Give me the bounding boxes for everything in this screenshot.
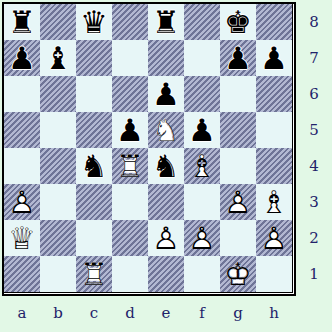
piece-white-pawn[interactable]: ♟♙ [184, 220, 220, 256]
square-c4[interactable]: ♞ [76, 148, 112, 184]
file-label-a: a [4, 296, 40, 332]
piece-glyph: ♛ [76, 4, 112, 40]
piece-black-pawn[interactable]: ♟ [112, 112, 148, 148]
square-b4[interactable] [40, 148, 76, 184]
square-b1[interactable] [40, 256, 76, 292]
piece-white-pawn[interactable]: ♟♙ [220, 184, 256, 220]
square-f7[interactable] [184, 40, 220, 76]
square-d7[interactable] [112, 40, 148, 76]
piece-white-king[interactable]: ♚♔ [220, 256, 256, 292]
piece-glyph: ♙ [220, 184, 256, 220]
square-h4[interactable] [256, 148, 292, 184]
square-h3[interactable]: ♝♗ [256, 184, 292, 220]
piece-black-knight[interactable]: ♞ [148, 148, 184, 184]
piece-glyph: ♙ [256, 220, 292, 256]
piece-glyph: ♙ [148, 220, 184, 256]
square-f6[interactable] [184, 76, 220, 112]
piece-white-bishop[interactable]: ♝♗ [256, 184, 292, 220]
piece-black-rook[interactable]: ♜ [148, 4, 184, 40]
piece-glyph: ♟ [4, 40, 40, 76]
square-h5[interactable] [256, 112, 292, 148]
square-e1[interactable] [148, 256, 184, 292]
square-e5[interactable]: ♞♘ [148, 112, 184, 148]
rank-label-7: 7 [296, 40, 332, 76]
piece-glyph: ♘ [148, 112, 184, 148]
square-e2[interactable]: ♟♙ [148, 220, 184, 256]
rank-label-6: 6 [296, 76, 332, 112]
square-a6[interactable] [4, 76, 40, 112]
square-c8[interactable]: ♛ [76, 4, 112, 40]
square-a3[interactable]: ♟♙ [4, 184, 40, 220]
rank-labels: 87654321 [296, 4, 332, 292]
file-label-h: h [256, 296, 292, 332]
square-c3[interactable] [76, 184, 112, 220]
piece-glyph: ♟ [256, 40, 292, 76]
piece-black-queen[interactable]: ♛ [76, 4, 112, 40]
piece-glyph: ♖ [76, 256, 112, 292]
square-h6[interactable] [256, 76, 292, 112]
square-d4[interactable]: ♜♖ [112, 148, 148, 184]
piece-black-pawn[interactable]: ♟ [220, 40, 256, 76]
piece-white-rook[interactable]: ♜♖ [112, 148, 148, 184]
square-g1[interactable]: ♚♔ [220, 256, 256, 292]
square-a2[interactable]: ♛♕ [4, 220, 40, 256]
piece-black-pawn[interactable]: ♟ [256, 40, 292, 76]
file-label-g: g [220, 296, 256, 332]
square-g2[interactable] [220, 220, 256, 256]
piece-glyph: ♞ [148, 148, 184, 184]
piece-glyph: ♕ [4, 220, 40, 256]
rank-label-3: 3 [296, 184, 332, 220]
square-b5[interactable] [40, 112, 76, 148]
file-label-f: f [184, 296, 220, 332]
piece-glyph: ♟ [220, 40, 256, 76]
square-c6[interactable] [76, 76, 112, 112]
square-a4[interactable] [4, 148, 40, 184]
square-h2[interactable]: ♟♙ [256, 220, 292, 256]
piece-black-pawn[interactable]: ♟ [4, 40, 40, 76]
square-f5[interactable]: ♟ [184, 112, 220, 148]
piece-glyph: ♗ [256, 184, 292, 220]
square-h8[interactable] [256, 4, 292, 40]
piece-white-pawn[interactable]: ♟♙ [4, 184, 40, 220]
square-c2[interactable] [76, 220, 112, 256]
file-labels: abcdefgh [4, 296, 292, 332]
piece-glyph: ♜ [4, 4, 40, 40]
piece-glyph: ♟ [184, 112, 220, 148]
square-d6[interactable] [112, 76, 148, 112]
square-g4[interactable] [220, 148, 256, 184]
square-g3[interactable]: ♟♙ [220, 184, 256, 220]
piece-glyph: ♚ [220, 4, 256, 40]
piece-white-knight[interactable]: ♞♘ [148, 112, 184, 148]
chess-board: ♜♛♜♚♟♝♟♟♟♟♞♘♟♞♜♖♞♝♗♟♙♟♙♝♗♛♕♟♙♟♙♟♙♜♖♚♔ [4, 4, 292, 292]
square-b6[interactable] [40, 76, 76, 112]
square-e6[interactable]: ♟ [148, 76, 184, 112]
piece-black-king[interactable]: ♚ [220, 4, 256, 40]
piece-glyph: ♗ [184, 148, 220, 184]
rank-label-8: 8 [296, 4, 332, 40]
square-d3[interactable] [112, 184, 148, 220]
square-f3[interactable] [184, 184, 220, 220]
piece-black-pawn[interactable]: ♟ [148, 76, 184, 112]
square-g7[interactable]: ♟ [220, 40, 256, 76]
square-a8[interactable]: ♜ [4, 4, 40, 40]
piece-glyph: ♝ [40, 40, 76, 76]
square-b2[interactable] [40, 220, 76, 256]
file-label-e: e [148, 296, 184, 332]
piece-glyph: ♔ [220, 256, 256, 292]
piece-black-knight[interactable]: ♞ [76, 148, 112, 184]
square-e4[interactable]: ♞ [148, 148, 184, 184]
square-c7[interactable] [76, 40, 112, 76]
rank-label-1: 1 [296, 256, 332, 292]
square-g5[interactable] [220, 112, 256, 148]
square-g6[interactable] [220, 76, 256, 112]
square-e8[interactable]: ♜ [148, 4, 184, 40]
rank-label-2: 2 [296, 220, 332, 256]
piece-black-rook[interactable]: ♜ [4, 4, 40, 40]
piece-white-bishop[interactable]: ♝♗ [184, 148, 220, 184]
square-d2[interactable] [112, 220, 148, 256]
square-e7[interactable] [148, 40, 184, 76]
square-d5[interactable]: ♟ [112, 112, 148, 148]
piece-glyph: ♙ [184, 220, 220, 256]
piece-white-queen[interactable]: ♛♕ [4, 220, 40, 256]
rank-label-4: 4 [296, 148, 332, 184]
square-b8[interactable] [40, 4, 76, 40]
square-h1[interactable] [256, 256, 292, 292]
piece-glyph: ♜ [148, 4, 184, 40]
piece-white-pawn[interactable]: ♟♙ [148, 220, 184, 256]
file-label-c: c [76, 296, 112, 332]
piece-white-pawn[interactable]: ♟♙ [256, 220, 292, 256]
rank-label-5: 5 [296, 112, 332, 148]
file-label-d: d [112, 296, 148, 332]
chess-diagram: ♜♛♜♚♟♝♟♟♟♟♞♘♟♞♜♖♞♝♗♟♙♟♙♝♗♛♕♟♙♟♙♟♙♜♖♚♔ 87… [0, 0, 332, 332]
piece-white-rook[interactable]: ♜♖ [76, 256, 112, 292]
board-frame: ♜♛♜♚♟♝♟♟♟♟♞♘♟♞♜♖♞♝♗♟♙♟♙♝♗♛♕♟♙♟♙♟♙♜♖♚♔ [2, 2, 296, 296]
square-b3[interactable] [40, 184, 76, 220]
square-f8[interactable] [184, 4, 220, 40]
piece-glyph: ♖ [112, 148, 148, 184]
piece-glyph: ♞ [76, 148, 112, 184]
square-e3[interactable] [148, 184, 184, 220]
piece-glyph: ♟ [112, 112, 148, 148]
piece-glyph: ♙ [4, 184, 40, 220]
square-d8[interactable] [112, 4, 148, 40]
square-c1[interactable]: ♜♖ [76, 256, 112, 292]
square-f4[interactable]: ♝♗ [184, 148, 220, 184]
square-f2[interactable]: ♟♙ [184, 220, 220, 256]
piece-black-pawn[interactable]: ♟ [184, 112, 220, 148]
piece-glyph: ♟ [148, 76, 184, 112]
file-label-b: b [40, 296, 76, 332]
square-b7[interactable]: ♝ [40, 40, 76, 76]
square-a1[interactable] [4, 256, 40, 292]
square-g8[interactable]: ♚ [220, 4, 256, 40]
square-c5[interactable] [76, 112, 112, 148]
square-a7[interactable]: ♟ [4, 40, 40, 76]
piece-black-bishop[interactable]: ♝ [40, 40, 76, 76]
square-d1[interactable] [112, 256, 148, 292]
square-a5[interactable] [4, 112, 40, 148]
square-f1[interactable] [184, 256, 220, 292]
board-inner-border: ♜♛♜♚♟♝♟♟♟♟♞♘♟♞♜♖♞♝♗♟♙♟♙♝♗♛♕♟♙♟♙♟♙♜♖♚♔ [4, 4, 293, 293]
square-h7[interactable]: ♟ [256, 40, 292, 76]
